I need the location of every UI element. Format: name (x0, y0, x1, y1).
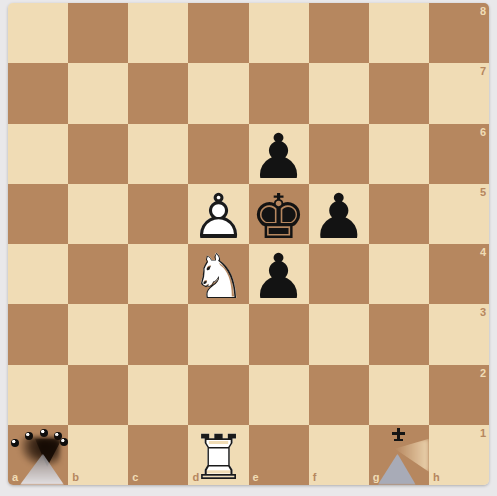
square-e1[interactable]: e (249, 425, 309, 485)
square-b8[interactable] (68, 3, 128, 63)
square-g5[interactable] (369, 184, 429, 244)
square-d7[interactable] (188, 63, 248, 123)
rank-label-7: 7 (480, 65, 486, 77)
square-h8[interactable]: 8 (429, 3, 489, 63)
square-h2[interactable]: 2 (429, 365, 489, 425)
king-glyph: ♚ (251, 186, 307, 248)
square-d8[interactable] (188, 3, 248, 63)
rank-label-3: 3 (480, 306, 486, 318)
file-label-h: h (433, 471, 440, 483)
square-d2[interactable] (188, 365, 248, 425)
square-b3[interactable] (68, 304, 128, 364)
knight-outline-layer: ♘ (191, 246, 247, 308)
square-b4[interactable] (68, 244, 128, 304)
square-e6[interactable]: ♟ (249, 124, 309, 184)
page-background: { "game": "chess", "theme": { "backgroun… (0, 0, 497, 496)
square-g6[interactable] (369, 124, 429, 184)
square-h4[interactable]: 4 (429, 244, 489, 304)
black-king[interactable]: ♚ (249, 186, 309, 246)
square-e2[interactable] (249, 365, 309, 425)
glitched-black-queen[interactable] (8, 425, 68, 485)
square-d4[interactable]: ♞♘ (188, 244, 248, 304)
file-label-f: f (313, 471, 317, 483)
file-label-c: c (132, 471, 138, 483)
chess-board: 87♟6♟♙♚♟5♞♘♟432abcd♜♖efg1h (8, 3, 489, 485)
square-b6[interactable] (68, 124, 128, 184)
square-f2[interactable] (309, 365, 369, 425)
square-c7[interactable] (128, 63, 188, 123)
square-a7[interactable] (8, 63, 68, 123)
square-g7[interactable] (369, 63, 429, 123)
square-b1[interactable]: b (68, 425, 128, 485)
square-c1[interactable]: c (128, 425, 188, 485)
black-pawn[interactable]: ♟ (249, 246, 309, 306)
square-g8[interactable] (369, 3, 429, 63)
black-pawn[interactable]: ♟ (249, 126, 309, 186)
square-h5[interactable]: 5 (429, 184, 489, 244)
square-b5[interactable] (68, 184, 128, 244)
square-e7[interactable] (249, 63, 309, 123)
square-e4[interactable]: ♟ (249, 244, 309, 304)
square-b2[interactable] (68, 365, 128, 425)
square-g2[interactable] (369, 365, 429, 425)
square-c6[interactable] (128, 124, 188, 184)
queen-crown-ball (11, 439, 19, 447)
rook-outline-layer: ♖ (191, 427, 247, 485)
square-h1[interactable]: 1h (429, 425, 489, 485)
rank-label-8: 8 (480, 5, 486, 17)
square-a6[interactable] (8, 124, 68, 184)
square-f6[interactable] (309, 124, 369, 184)
square-a2[interactable] (8, 365, 68, 425)
square-d5[interactable]: ♟♙ (188, 184, 248, 244)
pawn-outline-layer: ♙ (191, 186, 247, 248)
rank-label-6: 6 (480, 126, 486, 138)
file-label-e: e (253, 471, 259, 483)
square-g3[interactable] (369, 304, 429, 364)
square-e5[interactable]: ♚ (249, 184, 309, 244)
square-a8[interactable] (8, 3, 68, 63)
file-label-b: b (72, 471, 79, 483)
square-a3[interactable] (8, 304, 68, 364)
square-g1[interactable]: g (369, 425, 429, 485)
rank-label-4: 4 (480, 246, 486, 258)
square-c3[interactable] (128, 304, 188, 364)
square-f3[interactable] (309, 304, 369, 364)
board-grid: 87♟6♟♙♚♟5♞♘♟432abcd♜♖efg1h (8, 3, 489, 485)
pawn-glyph: ♟ (251, 246, 307, 308)
square-c2[interactable] (128, 365, 188, 425)
rank-label-2: 2 (480, 367, 486, 379)
square-h7[interactable]: 7 (429, 63, 489, 123)
square-d6[interactable] (188, 124, 248, 184)
pawn-glyph: ♟ (311, 186, 367, 248)
square-f8[interactable] (309, 3, 369, 63)
square-c5[interactable] (128, 184, 188, 244)
square-f4[interactable] (309, 244, 369, 304)
white-rook[interactable]: ♜♖ (188, 427, 248, 485)
white-knight[interactable]: ♞♘ (188, 246, 248, 306)
pawn-glyph: ♟ (251, 126, 307, 188)
square-f7[interactable] (309, 63, 369, 123)
glitched-black-bishop[interactable] (369, 425, 429, 485)
bishop-cross-finial (394, 439, 403, 441)
square-e8[interactable] (249, 3, 309, 63)
white-pawn[interactable]: ♟♙ (188, 186, 248, 246)
rank-label-1: 1 (480, 427, 486, 439)
queen-crown-ball (40, 429, 48, 437)
square-a1[interactable]: a (8, 425, 68, 485)
square-h6[interactable]: 6 (429, 124, 489, 184)
square-a5[interactable] (8, 184, 68, 244)
square-g4[interactable] (369, 244, 429, 304)
black-pawn[interactable]: ♟ (309, 186, 369, 246)
rank-label-5: 5 (480, 186, 486, 198)
square-e3[interactable] (249, 304, 309, 364)
square-f1[interactable]: f (309, 425, 369, 485)
bishop-cross-finial (392, 432, 405, 435)
square-f5[interactable]: ♟ (309, 184, 369, 244)
square-a4[interactable] (8, 244, 68, 304)
square-b7[interactable] (68, 63, 128, 123)
square-d3[interactable] (188, 304, 248, 364)
square-c4[interactable] (128, 244, 188, 304)
square-h3[interactable]: 3 (429, 304, 489, 364)
square-d1[interactable]: d♜♖ (188, 425, 248, 485)
square-c8[interactable] (128, 3, 188, 63)
